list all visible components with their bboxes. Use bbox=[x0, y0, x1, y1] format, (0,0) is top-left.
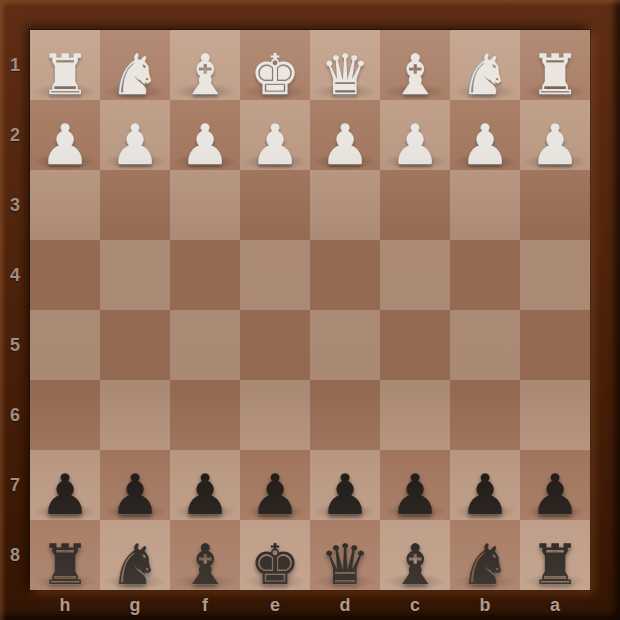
square-b5[interactable] bbox=[450, 310, 520, 380]
square-h8[interactable]: ♜ bbox=[30, 520, 100, 590]
square-a7[interactable]: ♟ bbox=[520, 450, 590, 520]
square-a2[interactable]: ♟ bbox=[520, 100, 590, 170]
square-b8[interactable]: ♞ bbox=[450, 520, 520, 590]
file-labels: hgfedcba bbox=[30, 590, 590, 620]
square-g2[interactable]: ♟ bbox=[100, 100, 170, 170]
square-e8[interactable]: ♚ bbox=[240, 520, 310, 590]
rank-label-5: 5 bbox=[0, 310, 30, 380]
rank-label-3: 3 bbox=[0, 170, 30, 240]
square-e1[interactable]: ♚ bbox=[240, 30, 310, 100]
black-knight[interactable]: ♞ bbox=[110, 537, 160, 593]
square-c3[interactable] bbox=[380, 170, 450, 240]
white-knight[interactable]: ♞ bbox=[460, 47, 510, 103]
black-king[interactable]: ♚ bbox=[250, 537, 300, 593]
white-pawn[interactable]: ♟ bbox=[180, 117, 230, 173]
square-f6[interactable] bbox=[170, 380, 240, 450]
white-pawn[interactable]: ♟ bbox=[250, 117, 300, 173]
square-c8[interactable]: ♝ bbox=[380, 520, 450, 590]
black-bishop[interactable]: ♝ bbox=[180, 537, 230, 593]
square-e3[interactable] bbox=[240, 170, 310, 240]
rank-label-1: 1 bbox=[0, 30, 30, 100]
black-pawn[interactable]: ♟ bbox=[530, 467, 580, 523]
square-f1[interactable]: ♝ bbox=[170, 30, 240, 100]
square-h1[interactable]: ♜ bbox=[30, 30, 100, 100]
chess-board[interactable]: ♜♞♝♚♛♝♞♜♟♟♟♟♟♟♟♟♟♟♟♟♟♟♟♟♜♞♝♚♛♝♞♜ bbox=[30, 30, 590, 590]
square-f4[interactable] bbox=[170, 240, 240, 310]
black-rook[interactable]: ♜ bbox=[530, 537, 580, 593]
square-f2[interactable]: ♟ bbox=[170, 100, 240, 170]
rank-label-8: 8 bbox=[0, 520, 30, 590]
white-king[interactable]: ♚ bbox=[250, 47, 300, 103]
square-b3[interactable] bbox=[450, 170, 520, 240]
rank-labels: 12345678 bbox=[0, 30, 30, 590]
white-rook[interactable]: ♜ bbox=[40, 47, 90, 103]
rank-label-2: 2 bbox=[0, 100, 30, 170]
white-queen[interactable]: ♛ bbox=[320, 47, 370, 103]
black-pawn[interactable]: ♟ bbox=[110, 467, 160, 523]
file-label-c: c bbox=[380, 590, 450, 620]
file-label-g: g bbox=[100, 590, 170, 620]
white-bishop[interactable]: ♝ bbox=[390, 47, 440, 103]
square-a8[interactable]: ♜ bbox=[520, 520, 590, 590]
square-b7[interactable]: ♟ bbox=[450, 450, 520, 520]
white-pawn[interactable]: ♟ bbox=[110, 117, 160, 173]
file-label-h: h bbox=[30, 590, 100, 620]
white-pawn[interactable]: ♟ bbox=[320, 117, 370, 173]
board-frame: 12345678 ♜♞♝♚♛♝♞♜♟♟♟♟♟♟♟♟♟♟♟♟♟♟♟♟♜♞♝♚♛♝♞… bbox=[0, 0, 620, 620]
black-pawn[interactable]: ♟ bbox=[40, 467, 90, 523]
square-f5[interactable] bbox=[170, 310, 240, 380]
square-h4[interactable] bbox=[30, 240, 100, 310]
square-b6[interactable] bbox=[450, 380, 520, 450]
square-a5[interactable] bbox=[520, 310, 590, 380]
square-a6[interactable] bbox=[520, 380, 590, 450]
square-h2[interactable]: ♟ bbox=[30, 100, 100, 170]
file-label-f: f bbox=[170, 590, 240, 620]
square-h6[interactable] bbox=[30, 380, 100, 450]
square-g5[interactable] bbox=[100, 310, 170, 380]
square-d8[interactable]: ♛ bbox=[310, 520, 380, 590]
white-bishop[interactable]: ♝ bbox=[180, 47, 230, 103]
black-pawn[interactable]: ♟ bbox=[390, 467, 440, 523]
square-d5[interactable] bbox=[310, 310, 380, 380]
square-a4[interactable] bbox=[520, 240, 590, 310]
file-label-d: d bbox=[310, 590, 380, 620]
square-b1[interactable]: ♞ bbox=[450, 30, 520, 100]
square-g4[interactable] bbox=[100, 240, 170, 310]
square-d2[interactable]: ♟ bbox=[310, 100, 380, 170]
square-c6[interactable] bbox=[380, 380, 450, 450]
square-d6[interactable] bbox=[310, 380, 380, 450]
black-bishop[interactable]: ♝ bbox=[390, 537, 440, 593]
white-pawn[interactable]: ♟ bbox=[390, 117, 440, 173]
square-e6[interactable] bbox=[240, 380, 310, 450]
square-g3[interactable] bbox=[100, 170, 170, 240]
square-e4[interactable] bbox=[240, 240, 310, 310]
square-c1[interactable]: ♝ bbox=[380, 30, 450, 100]
square-a1[interactable]: ♜ bbox=[520, 30, 590, 100]
rank-label-6: 6 bbox=[0, 380, 30, 450]
square-d3[interactable] bbox=[310, 170, 380, 240]
white-pawn[interactable]: ♟ bbox=[40, 117, 90, 173]
square-a3[interactable] bbox=[520, 170, 590, 240]
black-pawn[interactable]: ♟ bbox=[460, 467, 510, 523]
square-g6[interactable] bbox=[100, 380, 170, 450]
square-c7[interactable]: ♟ bbox=[380, 450, 450, 520]
square-e5[interactable] bbox=[240, 310, 310, 380]
square-g8[interactable]: ♞ bbox=[100, 520, 170, 590]
black-queen[interactable]: ♛ bbox=[320, 537, 370, 593]
file-label-a: a bbox=[520, 590, 590, 620]
black-knight[interactable]: ♞ bbox=[460, 537, 510, 593]
square-c5[interactable] bbox=[380, 310, 450, 380]
square-h7[interactable]: ♟ bbox=[30, 450, 100, 520]
square-b2[interactable]: ♟ bbox=[450, 100, 520, 170]
black-rook[interactable]: ♜ bbox=[40, 537, 90, 593]
square-e2[interactable]: ♟ bbox=[240, 100, 310, 170]
square-e7[interactable]: ♟ bbox=[240, 450, 310, 520]
white-knight[interactable]: ♞ bbox=[110, 47, 160, 103]
square-g7[interactable]: ♟ bbox=[100, 450, 170, 520]
square-g1[interactable]: ♞ bbox=[100, 30, 170, 100]
black-pawn[interactable]: ♟ bbox=[250, 467, 300, 523]
black-pawn[interactable]: ♟ bbox=[180, 467, 230, 523]
square-c4[interactable] bbox=[380, 240, 450, 310]
square-f3[interactable] bbox=[170, 170, 240, 240]
square-f8[interactable]: ♝ bbox=[170, 520, 240, 590]
file-label-e: e bbox=[240, 590, 310, 620]
square-b4[interactable] bbox=[450, 240, 520, 310]
square-d7[interactable]: ♟ bbox=[310, 450, 380, 520]
rank-label-7: 7 bbox=[0, 450, 30, 520]
white-pawn[interactable]: ♟ bbox=[530, 117, 580, 173]
black-pawn[interactable]: ♟ bbox=[320, 467, 370, 523]
square-f7[interactable]: ♟ bbox=[170, 450, 240, 520]
square-d4[interactable] bbox=[310, 240, 380, 310]
rank-label-4: 4 bbox=[0, 240, 30, 310]
square-d1[interactable]: ♛ bbox=[310, 30, 380, 100]
white-pawn[interactable]: ♟ bbox=[460, 117, 510, 173]
white-rook[interactable]: ♜ bbox=[530, 47, 580, 103]
file-label-b: b bbox=[450, 590, 520, 620]
square-h3[interactable] bbox=[30, 170, 100, 240]
square-h5[interactable] bbox=[30, 310, 100, 380]
square-c2[interactable]: ♟ bbox=[380, 100, 450, 170]
